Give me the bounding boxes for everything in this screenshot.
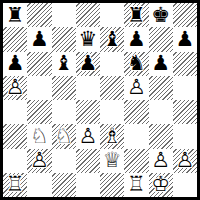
square-a3[interactable]	[3, 124, 27, 148]
piece-black-pawn: ♟♟	[149, 52, 173, 76]
piece-glyph: ♙	[3, 76, 27, 100]
square-f4[interactable]	[124, 100, 148, 124]
piece-glyph: ♕	[100, 149, 124, 173]
square-h7[interactable]: ♟♟	[173, 27, 197, 51]
piece-white-pawn: ♟♙	[27, 149, 51, 173]
piece-white-pawn: ♟♙	[76, 124, 100, 148]
square-b1[interactable]	[27, 173, 51, 197]
piece-glyph: ♟	[173, 27, 197, 51]
piece-glyph: ♜	[124, 3, 148, 27]
square-d5[interactable]	[76, 76, 100, 100]
piece-black-rook: ♜♜	[3, 3, 27, 27]
piece-glyph: ♘	[52, 124, 76, 148]
piece-white-pawn: ♟♙	[124, 76, 148, 100]
piece-black-pawn: ♟♟	[173, 27, 197, 51]
piece-black-pawn: ♟♟	[27, 27, 51, 51]
piece-white-pawn: ♟♙	[173, 149, 197, 173]
square-g3[interactable]	[149, 124, 173, 148]
piece-black-pawn: ♟♟	[124, 27, 148, 51]
square-e7[interactable]: ♝♝	[100, 27, 124, 51]
square-g5[interactable]	[149, 76, 173, 100]
square-h5[interactable]	[173, 76, 197, 100]
square-h4[interactable]	[173, 100, 197, 124]
piece-white-rook: ♜♖	[124, 173, 148, 197]
piece-glyph: ♔	[149, 173, 173, 197]
piece-black-pawn: ♟♟	[76, 52, 100, 76]
square-e3[interactable]: ♝♗	[100, 124, 124, 148]
piece-black-pawn: ♟♟	[3, 52, 27, 76]
square-c7[interactable]	[52, 27, 76, 51]
square-c8[interactable]	[52, 3, 76, 27]
piece-glyph: ♟	[27, 27, 51, 51]
square-c6[interactable]: ♝♝	[52, 52, 76, 76]
square-f1[interactable]: ♜♖	[124, 173, 148, 197]
piece-glyph: ♗	[100, 124, 124, 148]
square-g7[interactable]	[149, 27, 173, 51]
piece-glyph: ♛	[76, 27, 100, 51]
square-a8[interactable]: ♜♜	[3, 3, 27, 27]
piece-white-bishop: ♝♗	[100, 124, 124, 148]
square-c5[interactable]	[52, 76, 76, 100]
square-e8[interactable]	[100, 3, 124, 27]
piece-glyph: ♖	[3, 173, 27, 197]
piece-glyph: ♟	[3, 52, 27, 76]
square-f6[interactable]: ♞♞	[124, 52, 148, 76]
square-b8[interactable]	[27, 3, 51, 27]
piece-black-rook: ♜♜	[124, 3, 148, 27]
square-d7[interactable]: ♛♛	[76, 27, 100, 51]
piece-white-knight: ♞♘	[27, 124, 51, 148]
square-c1[interactable]	[52, 173, 76, 197]
square-f7[interactable]: ♟♟	[124, 27, 148, 51]
piece-glyph: ♟	[76, 52, 100, 76]
piece-white-pawn: ♟♙	[149, 149, 173, 173]
square-a7[interactable]	[3, 27, 27, 51]
square-g8[interactable]: ♚♚	[149, 3, 173, 27]
square-a5[interactable]: ♟♙	[3, 76, 27, 100]
piece-black-king: ♚♚	[149, 3, 173, 27]
square-d6[interactable]: ♟♟	[76, 52, 100, 76]
square-e1[interactable]	[100, 173, 124, 197]
piece-white-queen: ♛♕	[100, 149, 124, 173]
piece-glyph: ♙	[27, 149, 51, 173]
square-b2[interactable]: ♟♙	[27, 149, 51, 173]
piece-glyph: ♟	[149, 52, 173, 76]
square-c2[interactable]	[52, 149, 76, 173]
square-d4[interactable]	[76, 100, 100, 124]
piece-glyph: ♝	[100, 27, 124, 51]
square-h3[interactable]	[173, 124, 197, 148]
piece-white-pawn: ♟♙	[3, 76, 27, 100]
square-g4[interactable]	[149, 100, 173, 124]
square-e5[interactable]	[100, 76, 124, 100]
square-d8[interactable]	[76, 3, 100, 27]
piece-glyph: ♙	[173, 149, 197, 173]
square-g1[interactable]: ♚♔	[149, 173, 173, 197]
square-b6[interactable]	[27, 52, 51, 76]
piece-white-rook: ♜♖	[3, 173, 27, 197]
square-h6[interactable]	[173, 52, 197, 76]
square-f8[interactable]: ♜♜	[124, 3, 148, 27]
piece-black-bishop: ♝♝	[52, 52, 76, 76]
piece-glyph: ♟	[124, 27, 148, 51]
piece-black-queen: ♛♛	[76, 27, 100, 51]
piece-glyph: ♙	[124, 76, 148, 100]
square-f5[interactable]: ♟♙	[124, 76, 148, 100]
chess-diagram: ♜♜♜♜♚♚♟♟♛♛♝♝♟♟♟♟♟♟♝♝♟♟♞♞♟♟♟♙♟♙♞♘♞♘♟♙♝♗♟♙…	[0, 0, 200, 200]
square-a2[interactable]	[3, 149, 27, 173]
piece-glyph: ♙	[149, 149, 173, 173]
square-g6[interactable]: ♟♟	[149, 52, 173, 76]
square-e2[interactable]: ♛♕	[100, 149, 124, 173]
piece-glyph: ♙	[76, 124, 100, 148]
square-c3[interactable]: ♞♘	[52, 124, 76, 148]
square-g2[interactable]: ♟♙	[149, 149, 173, 173]
square-d1[interactable]	[76, 173, 100, 197]
piece-glyph: ♖	[124, 173, 148, 197]
square-e6[interactable]	[100, 52, 124, 76]
piece-glyph: ♜	[3, 3, 27, 27]
piece-black-bishop: ♝♝	[100, 27, 124, 51]
square-h2[interactable]: ♟♙	[173, 149, 197, 173]
square-e4[interactable]	[100, 100, 124, 124]
square-f2[interactable]	[124, 149, 148, 173]
piece-glyph: ♚	[149, 3, 173, 27]
piece-white-king: ♚♔	[149, 173, 173, 197]
square-d2[interactable]	[76, 149, 100, 173]
square-a4[interactable]	[3, 100, 27, 124]
square-b3[interactable]: ♞♘	[27, 124, 51, 148]
chess-board: ♜♜♜♜♚♚♟♟♛♛♝♝♟♟♟♟♟♟♝♝♟♟♞♞♟♟♟♙♟♙♞♘♞♘♟♙♝♗♟♙…	[0, 0, 200, 200]
square-h8[interactable]	[173, 3, 197, 27]
piece-glyph: ♝	[52, 52, 76, 76]
square-d3[interactable]: ♟♙	[76, 124, 100, 148]
square-f3[interactable]	[124, 124, 148, 148]
square-a1[interactable]: ♜♖	[3, 173, 27, 197]
piece-white-knight: ♞♘	[52, 124, 76, 148]
square-b7[interactable]: ♟♟	[27, 27, 51, 51]
piece-black-knight: ♞♞	[124, 52, 148, 76]
piece-glyph: ♞	[124, 52, 148, 76]
piece-glyph: ♘	[27, 124, 51, 148]
square-a6[interactable]: ♟♟	[3, 52, 27, 76]
square-c4[interactable]	[52, 100, 76, 124]
square-b4[interactable]	[27, 100, 51, 124]
square-h1[interactable]	[173, 173, 197, 197]
square-b5[interactable]	[27, 76, 51, 100]
